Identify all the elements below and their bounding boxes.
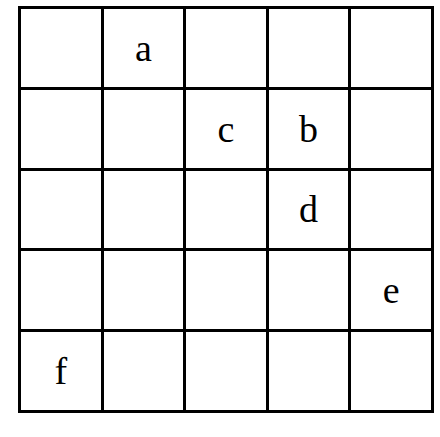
grid-cell-r5c4 <box>269 332 349 410</box>
grid-cell-r1c4 <box>269 9 349 87</box>
grid-cell-r4c1 <box>21 251 101 329</box>
grid-cell-r3c5 <box>351 171 431 249</box>
grid-cell-r2c4: b <box>269 90 349 168</box>
grid-cell-r5c1: f <box>21 332 101 410</box>
grid-cell-r2c2 <box>104 90 184 168</box>
grid-cell-r1c3 <box>186 9 266 87</box>
grid-cell-r3c2 <box>104 171 184 249</box>
grid-cell-r4c4 <box>269 251 349 329</box>
grid-cell-r3c3 <box>186 171 266 249</box>
grid-cell-r1c2: a <box>104 9 184 87</box>
grid-cell-r4c3 <box>186 251 266 329</box>
grid-cell-r3c4: d <box>269 171 349 249</box>
grid-cell-r5c2 <box>104 332 184 410</box>
grid-cell-r4c5: e <box>351 251 431 329</box>
grid-cell-r4c2 <box>104 251 184 329</box>
grid-cell-r1c1 <box>21 9 101 87</box>
puzzle-page: acbdef <box>0 0 440 437</box>
grid-cell-r2c1 <box>21 90 101 168</box>
grid-cell-r3c1 <box>21 171 101 249</box>
grid-cell-r5c5 <box>351 332 431 410</box>
grid-cell-r2c5 <box>351 90 431 168</box>
grid-cell-r2c3: c <box>186 90 266 168</box>
grid-cell-r1c5 <box>351 9 431 87</box>
grid-cell-r5c3 <box>186 332 266 410</box>
puzzle-grid: acbdef <box>18 6 434 413</box>
